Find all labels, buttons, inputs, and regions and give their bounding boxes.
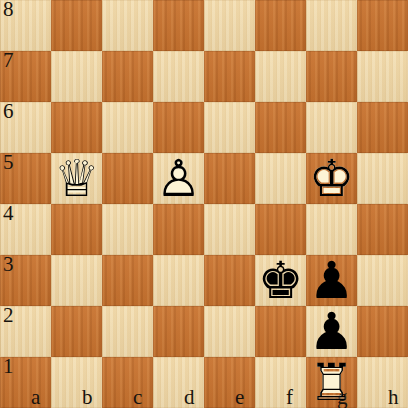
square-f4[interactable] [255, 204, 306, 255]
square-b8[interactable] [51, 0, 102, 51]
chess-board: 87654321abcdefgh♛♕♟♙♚♔♚♟♟♜♖ [0, 0, 408, 408]
square-a6[interactable] [0, 102, 51, 153]
square-e3[interactable] [204, 255, 255, 306]
square-e1[interactable] [204, 357, 255, 408]
black-pawn[interactable]: ♟ [306, 255, 357, 306]
black-king[interactable]: ♚ [255, 255, 306, 306]
white-king[interactable]: ♚♔ [306, 153, 357, 204]
square-c4[interactable] [102, 204, 153, 255]
square-a1[interactable] [0, 357, 51, 408]
square-g4[interactable] [306, 204, 357, 255]
queen-outline-glyph: ♕ [51, 153, 102, 204]
square-d2[interactable] [153, 306, 204, 357]
white-rook[interactable]: ♜♖ [306, 357, 357, 408]
pawn-outline-glyph: ♙ [153, 153, 204, 204]
square-d8[interactable] [153, 0, 204, 51]
square-f8[interactable] [255, 0, 306, 51]
king-glyph: ♚ [255, 255, 306, 306]
square-h1[interactable] [357, 357, 408, 408]
square-b6[interactable] [51, 102, 102, 153]
square-b1[interactable] [51, 357, 102, 408]
pawn-glyph: ♟ [306, 306, 357, 357]
square-f7[interactable] [255, 51, 306, 102]
square-h7[interactable] [357, 51, 408, 102]
black-pawn[interactable]: ♟ [306, 306, 357, 357]
square-c1[interactable] [102, 357, 153, 408]
square-h2[interactable] [357, 306, 408, 357]
square-b4[interactable] [51, 204, 102, 255]
square-d1[interactable] [153, 357, 204, 408]
square-d7[interactable] [153, 51, 204, 102]
king-outline-glyph: ♔ [306, 153, 357, 204]
square-f1[interactable] [255, 357, 306, 408]
square-h8[interactable] [357, 0, 408, 51]
square-h5[interactable] [357, 153, 408, 204]
square-c8[interactable] [102, 0, 153, 51]
square-f5[interactable] [255, 153, 306, 204]
square-g6[interactable] [306, 102, 357, 153]
square-h3[interactable] [357, 255, 408, 306]
square-e8[interactable] [204, 0, 255, 51]
square-e6[interactable] [204, 102, 255, 153]
square-h4[interactable] [357, 204, 408, 255]
square-c6[interactable] [102, 102, 153, 153]
square-f2[interactable] [255, 306, 306, 357]
white-queen[interactable]: ♛♕ [51, 153, 102, 204]
square-a4[interactable] [0, 204, 51, 255]
square-e5[interactable] [204, 153, 255, 204]
square-a3[interactable] [0, 255, 51, 306]
square-c3[interactable] [102, 255, 153, 306]
square-c7[interactable] [102, 51, 153, 102]
rook-outline-glyph: ♖ [306, 357, 357, 408]
square-b3[interactable] [51, 255, 102, 306]
square-d3[interactable] [153, 255, 204, 306]
square-a2[interactable] [0, 306, 51, 357]
square-h6[interactable] [357, 102, 408, 153]
pawn-glyph: ♟ [306, 255, 357, 306]
square-g7[interactable] [306, 51, 357, 102]
square-b7[interactable] [51, 51, 102, 102]
square-b2[interactable] [51, 306, 102, 357]
square-e2[interactable] [204, 306, 255, 357]
square-g8[interactable] [306, 0, 357, 51]
square-c5[interactable] [102, 153, 153, 204]
square-a7[interactable] [0, 51, 51, 102]
square-e7[interactable] [204, 51, 255, 102]
white-pawn[interactable]: ♟♙ [153, 153, 204, 204]
square-e4[interactable] [204, 204, 255, 255]
square-c2[interactable] [102, 306, 153, 357]
square-d6[interactable] [153, 102, 204, 153]
square-a5[interactable] [0, 153, 51, 204]
square-a8[interactable] [0, 0, 51, 51]
square-d4[interactable] [153, 204, 204, 255]
square-f6[interactable] [255, 102, 306, 153]
